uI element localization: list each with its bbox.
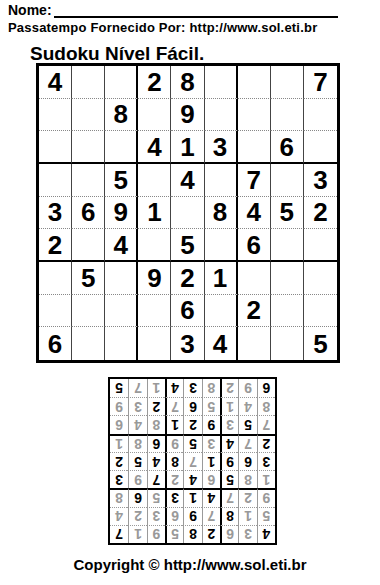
solution-cell-r9c9: 5 <box>110 379 128 397</box>
solution-cell-r2c4: 7 <box>202 507 220 525</box>
sudoku-cell-r7c6[interactable]: 1 <box>205 262 238 295</box>
sudoku-cell-r4c3[interactable]: 5 <box>105 164 138 197</box>
sudoku-cell-r2c5[interactable]: 9 <box>171 99 204 132</box>
solution-cell-r5c2: 6 <box>238 452 256 470</box>
solution-cell-r5c7: 4 <box>147 452 165 470</box>
sudoku-cell-r2c7[interactable] <box>238 99 271 132</box>
sudoku-cell-r3c2[interactable] <box>72 131 105 164</box>
sudoku-cell-r2c2[interactable] <box>72 99 105 132</box>
solution-cell-r1c9: 7 <box>110 525 128 543</box>
sudoku-cell-r1c7[interactable] <box>238 66 271 99</box>
sudoku-cell-r1c2[interactable] <box>72 66 105 99</box>
solution-cell-r9c8: 7 <box>128 379 146 397</box>
sudoku-cell-r7c8[interactable] <box>271 262 304 295</box>
sudoku-cell-r4c9[interactable]: 3 <box>304 164 337 197</box>
sudoku-cell-r6c1[interactable]: 2 <box>39 229 72 262</box>
sudoku-cell-r5c2[interactable]: 6 <box>72 197 105 230</box>
solution-cell-r5c8: 5 <box>128 452 146 470</box>
solution-cell-r4c1: 1 <box>257 470 275 488</box>
solution-cell-r9c6: 4 <box>165 379 183 397</box>
solution-cell-r7c8: 4 <box>128 415 146 433</box>
solution-cell-r9c5: 3 <box>183 379 201 397</box>
solution-cell-r7c1: 7 <box>257 415 275 433</box>
sudoku-cell-r4c8[interactable] <box>271 164 304 197</box>
solution-cell-r1c4: 2 <box>202 525 220 543</box>
sudoku-cell-r8c4[interactable] <box>138 295 171 328</box>
solution-cell-r1c2: 3 <box>238 525 256 543</box>
sudoku-cell-r9c3[interactable] <box>105 327 138 360</box>
sudoku-cell-r5c4[interactable]: 1 <box>138 197 171 230</box>
solution-cell-r1c6: 5 <box>165 525 183 543</box>
sudoku-cell-r9c8[interactable] <box>271 327 304 360</box>
solution-cell-r3c9: 8 <box>110 488 128 506</box>
sudoku-cell-r6c8[interactable] <box>271 229 304 262</box>
solution-cell-r7c2: 5 <box>238 415 256 433</box>
sudoku-cell-r3c9[interactable] <box>304 131 337 164</box>
sudoku-cell-r9c4[interactable] <box>138 327 171 360</box>
sudoku-cell-r4c4[interactable] <box>138 164 171 197</box>
solution-cell-r4c7: 7 <box>147 470 165 488</box>
solution-cell-r2c8: 2 <box>128 507 146 525</box>
solution-cell-r8c2: 4 <box>238 397 256 415</box>
sudoku-cell-r5c3[interactable]: 9 <box>105 197 138 230</box>
solution-cell-r7c3: 3 <box>220 415 238 433</box>
solution-cell-r8c8: 3 <box>128 397 146 415</box>
sudoku-cell-r8c7[interactable]: 2 <box>238 295 271 328</box>
solution-cell-r1c1: 4 <box>257 525 275 543</box>
sudoku-cell-r3c1[interactable] <box>39 131 72 164</box>
sudoku-cell-r8c2[interactable] <box>72 295 105 328</box>
solution-cell-r7c6: 1 <box>165 415 183 433</box>
sudoku-cell-r2c9[interactable] <box>304 99 337 132</box>
solution-cell-r2c5: 9 <box>183 507 201 525</box>
solution-cell-r8c1: 8 <box>257 397 275 415</box>
sudoku-cell-r7c4[interactable]: 9 <box>138 262 171 295</box>
sudoku-cell-r8c8[interactable] <box>271 295 304 328</box>
sudoku-cell-r5c7[interactable]: 4 <box>238 197 271 230</box>
sudoku-cell-r3c3[interactable] <box>105 131 138 164</box>
page-title: Sudoku Nível Fácil. <box>30 43 204 65</box>
sudoku-cell-r9c1[interactable]: 6 <box>39 327 72 360</box>
solution-cell-r6c3: 4 <box>220 434 238 452</box>
sudoku-cell-r9c9[interactable]: 5 <box>304 327 337 360</box>
solution-cell-r2c9: 4 <box>110 507 128 525</box>
sudoku-cell-r7c5[interactable]: 2 <box>171 262 204 295</box>
sudoku-cell-r7c9[interactable] <box>304 262 337 295</box>
sudoku-cell-r9c2[interactable] <box>72 327 105 360</box>
sudoku-solution-grid-rotated: 4362859175187963249274135681856427933691… <box>108 377 277 545</box>
solution-cell-r8c3: 1 <box>220 397 238 415</box>
solution-cell-r1c3: 6 <box>220 525 238 543</box>
solution-cell-r6c1: 2 <box>257 434 275 452</box>
sudoku-cell-r5c9[interactable]: 2 <box>304 197 337 230</box>
sudoku-cell-r4c1[interactable] <box>39 164 72 197</box>
solution-cell-r3c1: 9 <box>257 488 275 506</box>
solution-cell-r4c2: 8 <box>238 470 256 488</box>
solution-cell-r5c3: 9 <box>220 452 238 470</box>
sudoku-cell-r6c5[interactable]: 5 <box>171 229 204 262</box>
solution-cell-r9c7: 1 <box>147 379 165 397</box>
solution-cell-r8c5: 6 <box>183 397 201 415</box>
sudoku-cell-r8c1[interactable] <box>39 295 72 328</box>
solution-cell-r5c6: 8 <box>165 452 183 470</box>
sudoku-cell-r8c9[interactable] <box>304 295 337 328</box>
solution-cell-r7c9: 6 <box>110 415 128 433</box>
solution-cell-r2c3: 8 <box>220 507 238 525</box>
solution-cell-r8c4: 5 <box>202 397 220 415</box>
solution-cell-r5c5: 7 <box>183 452 201 470</box>
sudoku-cell-r1c5[interactable]: 8 <box>171 66 204 99</box>
solution-cell-r4c6: 2 <box>165 470 183 488</box>
solution-cell-r6c8: 8 <box>128 434 146 452</box>
sudoku-cell-r1c4[interactable]: 2 <box>138 66 171 99</box>
solution-cell-r6c9: 1 <box>110 434 128 452</box>
sudoku-cell-r4c5[interactable]: 4 <box>171 164 204 197</box>
sudoku-cell-r4c7[interactable]: 7 <box>238 164 271 197</box>
sudoku-cell-r8c3[interactable] <box>105 295 138 328</box>
solution-cell-r3c6: 3 <box>165 488 183 506</box>
sudoku-cell-r2c4[interactable] <box>138 99 171 132</box>
sudoku-cell-r9c7[interactable] <box>238 327 271 360</box>
sudoku-cell-r1c9[interactable]: 7 <box>304 66 337 99</box>
solution-cell-r3c8: 6 <box>128 488 146 506</box>
sudoku-cell-r4c6[interactable] <box>205 164 238 197</box>
sudoku-cell-r9c5[interactable]: 3 <box>171 327 204 360</box>
sudoku-cell-r3c7[interactable] <box>238 131 271 164</box>
solution-cell-r3c5: 1 <box>183 488 201 506</box>
solution-cell-r1c5: 8 <box>183 525 201 543</box>
solution-cell-r5c1: 3 <box>257 452 275 470</box>
solution-cell-r2c7: 3 <box>147 507 165 525</box>
sudoku-puzzle-grid: 428789413654733691845224565921626345 <box>36 63 340 363</box>
sudoku-cell-r3c5[interactable]: 1 <box>171 131 204 164</box>
name-field-row: Nome: <box>8 2 338 18</box>
sudoku-cell-r7c1[interactable] <box>39 262 72 295</box>
name-label: Nome: <box>8 2 52 18</box>
solution-cell-r3c2: 2 <box>238 488 256 506</box>
sudoku-cell-r3c8[interactable]: 6 <box>271 131 304 164</box>
sudoku-cell-r9c6[interactable]: 4 <box>205 327 238 360</box>
sudoku-cell-r1c6[interactable] <box>205 66 238 99</box>
sudoku-cell-r4c2[interactable] <box>72 164 105 197</box>
sudoku-cell-r1c3[interactable] <box>105 66 138 99</box>
sudoku-cell-r7c2[interactable]: 5 <box>72 262 105 295</box>
solution-cell-r4c4: 6 <box>202 470 220 488</box>
solution-cell-r3c3: 7 <box>220 488 238 506</box>
sudoku-cell-r2c6[interactable] <box>205 99 238 132</box>
solution-cell-r3c7: 5 <box>147 488 165 506</box>
sudoku-cell-r1c1[interactable]: 4 <box>39 66 72 99</box>
solution-cell-r5c9: 2 <box>110 452 128 470</box>
solution-cell-r3c4: 4 <box>202 488 220 506</box>
solution-cell-r4c9: 3 <box>110 470 128 488</box>
name-write-line <box>54 3 338 18</box>
sudoku-cell-r6c9[interactable] <box>304 229 337 262</box>
solution-cell-r4c5: 4 <box>183 470 201 488</box>
provider-text: Passatempo Fornecido Por: http://www.sol… <box>8 20 317 35</box>
solution-cell-r4c8: 9 <box>128 470 146 488</box>
sudoku-cell-r1c8[interactable] <box>271 66 304 99</box>
solution-cell-r9c2: 9 <box>238 379 256 397</box>
solution-cell-r9c4: 8 <box>202 379 220 397</box>
sudoku-cell-r8c6[interactable] <box>205 295 238 328</box>
sudoku-cell-r2c8[interactable] <box>271 99 304 132</box>
sudoku-cell-r5c6[interactable]: 8 <box>205 197 238 230</box>
solution-cell-r6c2: 7 <box>238 434 256 452</box>
solution-cell-r2c6: 6 <box>165 507 183 525</box>
solution-cell-r9c1: 6 <box>257 379 275 397</box>
solution-cell-r8c9: 9 <box>110 397 128 415</box>
copyright-text: Copyright © http://www.sol.eti.br <box>0 556 380 573</box>
solution-cell-r6c5: 5 <box>183 434 201 452</box>
sudoku-cell-r6c7[interactable]: 6 <box>238 229 271 262</box>
solution-cell-r6c4: 3 <box>202 434 220 452</box>
sudoku-cell-r3c6[interactable]: 3 <box>205 131 238 164</box>
sudoku-cell-r7c3[interactable] <box>105 262 138 295</box>
sudoku-cell-r2c1[interactable] <box>39 99 72 132</box>
solution-cell-r1c8: 1 <box>128 525 146 543</box>
sudoku-cell-r5c5[interactable] <box>171 197 204 230</box>
solution-cell-r9c3: 2 <box>220 379 238 397</box>
solution-cell-r7c5: 2 <box>183 415 201 433</box>
solution-cell-r7c7: 8 <box>147 415 165 433</box>
solution-cell-r8c6: 7 <box>165 397 183 415</box>
sudoku-cell-r5c8[interactable]: 5 <box>271 197 304 230</box>
solution-cell-r8c7: 2 <box>147 397 165 415</box>
sudoku-cell-r6c2[interactable] <box>72 229 105 262</box>
sudoku-cell-r6c4[interactable] <box>138 229 171 262</box>
solution-cell-r6c6: 9 <box>165 434 183 452</box>
sudoku-cell-r8c5[interactable]: 6 <box>171 295 204 328</box>
sudoku-cell-r3c4[interactable]: 4 <box>138 131 171 164</box>
sudoku-cell-r5c1[interactable]: 3 <box>39 197 72 230</box>
solution-cell-r5c4: 1 <box>202 452 220 470</box>
solution-cell-r6c7: 6 <box>147 434 165 452</box>
solution-cell-r4c3: 5 <box>220 470 238 488</box>
sudoku-cell-r2c3[interactable]: 8 <box>105 99 138 132</box>
sudoku-cell-r6c6[interactable] <box>205 229 238 262</box>
solution-cell-r2c1: 5 <box>257 507 275 525</box>
solution-cell-r2c2: 1 <box>238 507 256 525</box>
sudoku-cell-r7c7[interactable] <box>238 262 271 295</box>
sudoku-cell-r6c3[interactable]: 4 <box>105 229 138 262</box>
solution-cell-r7c4: 9 <box>202 415 220 433</box>
solution-cell-r1c7: 9 <box>147 525 165 543</box>
